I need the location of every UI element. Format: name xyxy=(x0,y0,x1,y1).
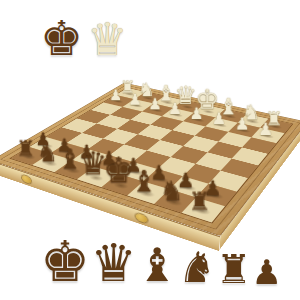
white-pawn: ♟ xyxy=(229,116,254,133)
dark-queen-standalone: ♛ xyxy=(90,239,137,288)
piece-lineup: ♚♛♝♞♜♟ xyxy=(40,235,252,288)
product-photo-chess-set: ♚♛ ♜♞♝♛♚♝♞♜♟♟♟♟♟♟♟♟♟♟♟♟♟♟♟♟♜♞♝♛♚♝♞♜ ♚♛♝♞… xyxy=(0,0,300,300)
dark-king-standalone: ♚ xyxy=(40,235,90,288)
dark-knight-standalone: ♞ xyxy=(178,248,216,288)
white-pawn: ♟ xyxy=(206,111,231,127)
dark-rook-standalone: ♜ xyxy=(216,250,252,288)
brass-clasp xyxy=(135,212,147,223)
brass-hinge xyxy=(22,174,32,184)
white-pawn: ♟ xyxy=(184,106,208,122)
white-pawn: ♟ xyxy=(253,121,279,138)
black-knight: ♞ xyxy=(155,178,187,205)
dark-pawn-standalone: ♟ xyxy=(252,256,282,288)
chess-board: ♜♞♝♛♚♝♞♜♟♟♟♟♟♟♟♟♟♟♟♟♟♟♟♟♜♞♝♛♚♝♞♜ xyxy=(0,83,300,237)
black-rook: ♜ xyxy=(183,189,215,214)
black-bishop: ♝ xyxy=(128,166,159,196)
dark-bishop-standalone: ♝ xyxy=(137,244,178,288)
